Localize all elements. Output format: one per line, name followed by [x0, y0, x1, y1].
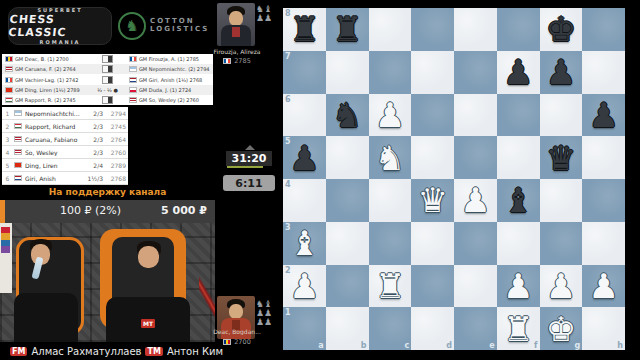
standings-row: 4So, Wesley2/32760 — [2, 146, 128, 159]
black-rook: ♜ — [332, 12, 362, 46]
square-f4[interactable]: ♝ — [497, 179, 540, 222]
flag-icon — [129, 97, 137, 103]
clock-indicator-icon — [245, 145, 255, 150]
standing-rating: 2764 — [106, 136, 126, 143]
white-player: GM Deac, B. (1) 2700 — [15, 56, 69, 62]
event-country: ROMANIA — [40, 39, 81, 45]
player-bottom-name: Deac, Bogdan... — [206, 328, 268, 335]
square-h8[interactable] — [582, 8, 625, 51]
square-e2[interactable] — [454, 265, 497, 308]
flag-icon — [5, 56, 13, 62]
square-e5[interactable] — [454, 136, 497, 179]
white-player: GM Rapport, R. (2) 2745 — [15, 97, 76, 103]
white-pawn: ♟ — [503, 269, 533, 303]
pairing-row[interactable]: GM Ding, Liren (1½) 2789½ - ½ ●GM Duda, … — [2, 85, 213, 95]
black-player: GM So, Wesley (2) 2760 — [139, 97, 199, 103]
square-e3[interactable] — [454, 222, 497, 265]
square-b8[interactable]: ♜ — [326, 8, 369, 51]
standing-name: Rapport, Richard — [25, 123, 82, 130]
standings-row: 1Nepomniachtchi...2/32794 — [2, 107, 128, 120]
flag-icon — [129, 66, 137, 72]
flag-icon — [14, 175, 22, 181]
white-rook: ♜ — [503, 312, 533, 346]
white-clock: 6:11 — [223, 175, 275, 191]
black-player: GM Duda, J. (1) 2724 — [139, 87, 191, 93]
bookshelf — [0, 223, 12, 293]
square-b5[interactable] — [326, 136, 369, 179]
square-b4[interactable] — [326, 179, 369, 222]
standing-name: Nepomniachtchi... — [25, 110, 82, 117]
file-label: a — [318, 341, 323, 350]
standing-rank: 6 — [4, 175, 11, 182]
square-a5[interactable]: 5♟ — [283, 136, 326, 179]
caster-left-title-badge: FM — [10, 347, 27, 356]
pairing-row[interactable]: GM Deac, B. (1) 2700GM Firouzja, A. (1) … — [2, 54, 213, 64]
captured-by-white: ♞♝♟♟♟♟ — [256, 300, 272, 327]
white-king: ♚ — [546, 312, 576, 346]
square-d6[interactable] — [411, 94, 454, 137]
captured-p-icon: ♟ — [256, 14, 264, 23]
white-pawn: ♟ — [375, 98, 405, 132]
square-f7[interactable]: ♟ — [497, 51, 540, 94]
black-knight: ♞ — [332, 98, 362, 132]
black-pawn: ♟ — [503, 55, 533, 89]
square-g5[interactable]: ♛ — [540, 136, 583, 179]
pairing-row[interactable]: GM Caruana, F. (2) 2764GM Nepomniachtc. … — [2, 64, 213, 74]
file-label: f — [534, 341, 537, 350]
event-banner: SUPERBET CHESS CLASSIC ROMANIA — [8, 7, 112, 45]
black-pawn: ♟ — [588, 98, 618, 132]
flag-icon — [129, 56, 137, 62]
square-d1[interactable]: d — [411, 307, 454, 350]
white-pawn: ♟ — [289, 269, 319, 303]
square-f1[interactable]: f♜ — [497, 307, 540, 350]
donation-progress-bar: 100 ₽ (2%) 5 000 ₽ — [0, 200, 215, 223]
rank-label: 6 — [285, 95, 291, 104]
standing-rating: 2794 — [106, 110, 126, 117]
standing-rank: 1 — [4, 110, 11, 117]
rank-label: 8 — [285, 9, 291, 18]
white-player: GM Ding, Liren (1½) 2789 — [15, 87, 80, 93]
square-g7[interactable]: ♟ — [540, 51, 583, 94]
flag-icon — [14, 162, 22, 168]
square-c5[interactable]: ♞ — [369, 136, 412, 179]
standings-row: 2Rapport, Richard2/32745 — [2, 120, 128, 133]
player-top-flag — [223, 58, 231, 64]
square-g4[interactable] — [540, 179, 583, 222]
rank-label: 3 — [285, 223, 291, 232]
flag-icon — [14, 149, 22, 155]
square-f6[interactable] — [497, 94, 540, 137]
standing-score: 2/3 — [85, 123, 103, 130]
standing-name: Ding, Liren — [25, 162, 82, 169]
white-player: GM Vachier-Lag. (1) 2742 — [15, 77, 78, 83]
white-pawn: ♟ — [546, 269, 576, 303]
captured-p-icon: ♟ — [256, 318, 264, 327]
white-bishop: ♝ — [289, 226, 319, 260]
square-a3[interactable]: 3♝ — [283, 222, 326, 265]
red-accent-light — [199, 271, 215, 323]
white-rook: ♜ — [375, 269, 405, 303]
square-h3[interactable] — [582, 222, 625, 265]
square-c8[interactable] — [369, 8, 412, 51]
standing-score: 2/3 — [85, 136, 103, 143]
game-result: ½ - ½ ● — [97, 87, 118, 93]
stream-frame: SUPERBET CHESS CLASSIC ROMANIA ♞ COTTON … — [0, 0, 640, 360]
square-d7[interactable] — [411, 51, 454, 94]
captured-by-black: ♞♝♟♟ — [256, 5, 272, 23]
player-top-name: Firouzja, Alireza — [206, 48, 268, 55]
square-f8[interactable] — [497, 8, 540, 51]
standing-rank: 3 — [4, 136, 11, 143]
standing-rank: 5 — [4, 162, 11, 169]
square-h7[interactable] — [582, 51, 625, 94]
donation-title: На поддержку канала — [0, 187, 215, 197]
rank-label: 1 — [285, 308, 291, 317]
white-knight: ♞ — [375, 141, 405, 175]
flag-icon — [5, 77, 13, 83]
pairings-table: GM Deac, B. (1) 2700GM Firouzja, A. (1) … — [2, 54, 213, 105]
donation-progress-fill — [0, 200, 5, 223]
black-clock: 31:20 — [226, 151, 272, 166]
square-g8[interactable]: ♚ — [540, 8, 583, 51]
square-d2[interactable] — [411, 265, 454, 308]
standings-row: 3Caruana, Fabiano2/32764 — [2, 133, 128, 146]
black-player: GM Firouzja, A. (1) 2785 — [139, 56, 199, 62]
board-toggle-icon[interactable] — [102, 65, 113, 73]
square-h2[interactable]: ♟ — [582, 265, 625, 308]
rank-label: 4 — [285, 180, 291, 189]
square-g3[interactable] — [540, 222, 583, 265]
standing-rating: 2768 — [106, 175, 126, 182]
captured-p-icon: ♟ — [264, 14, 272, 23]
flag-icon — [5, 97, 13, 103]
square-a6[interactable]: 6 — [283, 94, 326, 137]
file-label: c — [405, 341, 410, 350]
file-label: d — [446, 341, 452, 350]
event-title: CHESS CLASSIC — [8, 13, 113, 39]
standing-name: Giri, Anish — [25, 175, 82, 182]
board-toggle-icon[interactable] — [102, 76, 113, 84]
square-a8[interactable]: 8♜ — [283, 8, 326, 51]
standing-rating: 2745 — [106, 123, 126, 130]
flag-icon — [5, 66, 13, 72]
standing-name: So, Wesley — [25, 149, 82, 156]
player-top-photo — [217, 3, 255, 46]
pairing-row[interactable]: GM Rapport, R. (2) 2745GM So, Wesley (2)… — [2, 95, 213, 105]
standing-rank: 4 — [4, 149, 11, 156]
square-h5[interactable] — [582, 136, 625, 179]
square-b3[interactable] — [326, 222, 369, 265]
white-pawn: ♟ — [588, 269, 618, 303]
file-label: e — [489, 341, 494, 350]
file-label: g — [575, 341, 581, 350]
flag-icon — [129, 77, 137, 83]
casters-bar: FM Алмас Рахматуллаев TM Антон Ким — [0, 342, 225, 360]
standing-name: Caruana, Fabiano — [25, 136, 82, 143]
shirt-logo: MT — [141, 319, 155, 328]
rank-label: 7 — [285, 52, 291, 61]
sponsor-word-2: LOGISTICS — [150, 26, 209, 34]
caster-left-name: Алмас Рахматуллаев — [31, 346, 141, 357]
black-queen: ♛ — [546, 141, 576, 175]
square-c2[interactable]: ♜ — [369, 265, 412, 308]
webcam-feed: MT — [0, 223, 215, 342]
flag-icon — [5, 87, 13, 93]
captured-p-icon: ♟ — [264, 318, 272, 327]
square-b1[interactable]: b — [326, 307, 369, 350]
standing-score: 2/4 — [85, 162, 103, 169]
flag-icon — [14, 123, 22, 129]
square-d5[interactable] — [411, 136, 454, 179]
board-toggle-icon[interactable] — [102, 96, 113, 104]
standing-score: 2/3 — [85, 110, 103, 117]
white-pawn: ♟ — [460, 183, 490, 217]
knight-logo-icon: ♞ — [118, 12, 146, 40]
square-b7[interactable] — [326, 51, 369, 94]
square-g6[interactable] — [540, 94, 583, 137]
standings-table: 1Nepomniachtchi...2/327942Rapport, Richa… — [2, 107, 128, 185]
square-b2[interactable] — [326, 265, 369, 308]
rank-label: 2 — [285, 266, 291, 275]
standing-score: 1½/3 — [85, 175, 103, 182]
square-a7[interactable]: 7 — [283, 51, 326, 94]
square-f2[interactable]: ♟ — [497, 265, 540, 308]
flag-icon — [14, 136, 22, 142]
file-label: b — [361, 341, 367, 350]
board-toggle-icon[interactable] — [102, 55, 113, 63]
black-player: GM Giri, Anish (1½) 2768 — [139, 77, 202, 83]
black-player: GM Nepomniachtc. (2) 2794 — [139, 66, 210, 72]
standing-rank: 2 — [4, 123, 11, 130]
square-c1[interactable]: c — [369, 307, 412, 350]
flag-icon — [14, 110, 22, 116]
square-c7[interactable] — [369, 51, 412, 94]
white-queen: ♛ — [417, 183, 447, 217]
flag-icon — [129, 87, 137, 93]
square-h4[interactable] — [582, 179, 625, 222]
pairing-row[interactable]: GM Vachier-Lag. (1) 2742GM Giri, Anish (… — [2, 74, 213, 84]
file-label: h — [617, 341, 623, 350]
standing-rating: 2760 — [106, 149, 126, 156]
square-d3[interactable] — [411, 222, 454, 265]
black-rook: ♜ — [289, 12, 319, 46]
player-top-rating: 2785 — [206, 57, 268, 65]
chess-board[interactable]: 8♜♜♚7♟♟6♞♟♟5♟♞♛4♛♟♝3♝2♟♜♟♟♟1abcdef♜g♚h — [283, 8, 625, 350]
square-a4[interactable]: 4 — [283, 179, 326, 222]
books — [1, 227, 10, 253]
square-e8[interactable] — [454, 8, 497, 51]
square-c3[interactable] — [369, 222, 412, 265]
rank-label: 5 — [285, 137, 291, 146]
square-d4[interactable]: ♛ — [411, 179, 454, 222]
square-g2[interactable]: ♟ — [540, 265, 583, 308]
black-bishop: ♝ — [503, 183, 533, 217]
black-time-bar — [227, 166, 263, 168]
standings-row: 5Ding, Liren2/42789 — [2, 159, 128, 172]
white-player: GM Caruana, F. (2) 2764 — [15, 66, 76, 72]
sponsor-logo: ♞ COTTON LOGISTICS — [118, 8, 213, 44]
player-bottom-rating: 2700 — [206, 338, 268, 346]
black-pawn: ♟ — [289, 141, 319, 175]
standing-rating: 2789 — [106, 162, 126, 169]
square-b6[interactable]: ♞ — [326, 94, 369, 137]
donation-current-amount: 100 ₽ (2%) — [60, 204, 121, 217]
black-king: ♚ — [546, 12, 576, 46]
square-e4[interactable]: ♟ — [454, 179, 497, 222]
black-pawn: ♟ — [546, 55, 576, 89]
square-c4[interactable] — [369, 179, 412, 222]
square-g1[interactable]: g♚ — [540, 307, 583, 350]
standings-row: 6Giri, Anish1½/32768 — [2, 172, 128, 185]
square-d8[interactable] — [411, 8, 454, 51]
square-c6[interactable]: ♟ — [369, 94, 412, 137]
square-f3[interactable] — [497, 222, 540, 265]
player-bottom-flag — [223, 339, 231, 345]
square-a1[interactable]: 1a — [283, 307, 326, 350]
standing-score: 2/3 — [85, 149, 103, 156]
square-e1[interactable]: e — [454, 307, 497, 350]
square-h1[interactable]: h — [582, 307, 625, 350]
square-e7[interactable] — [454, 51, 497, 94]
caster-right-name: Антон Ким — [167, 346, 223, 357]
square-f5[interactable] — [497, 136, 540, 179]
square-e6[interactable] — [454, 94, 497, 137]
caster-right-title-badge: TM — [145, 347, 162, 356]
donation-goal-amount: 5 000 ₽ — [161, 204, 207, 217]
square-h6[interactable]: ♟ — [582, 94, 625, 137]
square-a2[interactable]: 2♟ — [283, 265, 326, 308]
